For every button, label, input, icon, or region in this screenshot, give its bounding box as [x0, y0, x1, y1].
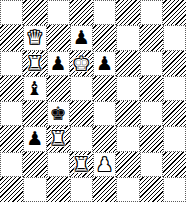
square-g5[interactable] — [140, 76, 163, 101]
square-h7[interactable] — [163, 25, 186, 50]
square-b3[interactable]: ♟ — [23, 126, 46, 151]
piece-white-rook: ♜ — [50, 129, 67, 148]
square-f2[interactable] — [116, 152, 139, 177]
piece-black-bishop: ♝ — [26, 79, 43, 98]
square-d6[interactable]: ♚ — [70, 51, 93, 76]
square-h1[interactable] — [163, 177, 186, 202]
square-e2[interactable]: ♟ — [93, 152, 116, 177]
piece-black-pawn: ♟ — [26, 129, 43, 148]
square-h2[interactable] — [163, 152, 186, 177]
chess-board: ♛♟♜♟♚♟♝♚♟♜♜♟ — [0, 0, 186, 202]
square-c5[interactable] — [47, 76, 70, 101]
piece-white-queen: ♛ — [26, 28, 43, 47]
square-f7[interactable] — [116, 25, 139, 50]
piece-white-pawn: ♟ — [96, 155, 113, 174]
square-a3[interactable] — [0, 126, 23, 151]
square-d7[interactable]: ♟ — [70, 25, 93, 50]
square-e8[interactable] — [93, 0, 116, 25]
square-g1[interactable] — [140, 177, 163, 202]
square-f5[interactable] — [116, 76, 139, 101]
square-b8[interactable] — [23, 0, 46, 25]
piece-white-king: ♚ — [73, 54, 90, 73]
square-a4[interactable] — [0, 101, 23, 126]
square-e4[interactable] — [93, 101, 116, 126]
square-f4[interactable] — [116, 101, 139, 126]
square-b6[interactable]: ♜ — [23, 51, 46, 76]
square-h8[interactable] — [163, 0, 186, 25]
square-e3[interactable] — [93, 126, 116, 151]
square-a1[interactable] — [0, 177, 23, 202]
square-f1[interactable] — [116, 177, 139, 202]
square-c4[interactable]: ♚ — [47, 101, 70, 126]
square-f6[interactable] — [116, 51, 139, 76]
square-g4[interactable] — [140, 101, 163, 126]
square-f8[interactable] — [116, 0, 139, 25]
square-d2[interactable]: ♜ — [70, 152, 93, 177]
square-b5[interactable]: ♝ — [23, 76, 46, 101]
square-a8[interactable] — [0, 0, 23, 25]
square-b1[interactable] — [23, 177, 46, 202]
piece-black-king: ♚ — [50, 104, 67, 123]
square-a2[interactable] — [0, 152, 23, 177]
square-c2[interactable] — [47, 152, 70, 177]
square-g7[interactable] — [140, 25, 163, 50]
square-b2[interactable] — [23, 152, 46, 177]
square-c3[interactable]: ♜ — [47, 126, 70, 151]
square-d4[interactable] — [70, 101, 93, 126]
square-b7[interactable]: ♛ — [23, 25, 46, 50]
piece-white-rook: ♜ — [26, 54, 43, 73]
square-b4[interactable] — [23, 101, 46, 126]
square-d1[interactable] — [70, 177, 93, 202]
square-e1[interactable] — [93, 177, 116, 202]
square-a7[interactable] — [0, 25, 23, 50]
square-h3[interactable] — [163, 126, 186, 151]
square-e6[interactable]: ♟ — [93, 51, 116, 76]
square-f3[interactable] — [116, 126, 139, 151]
square-g2[interactable] — [140, 152, 163, 177]
piece-black-pawn: ♟ — [73, 28, 90, 47]
square-e5[interactable] — [93, 76, 116, 101]
chess-diagram: ♛♟♜♟♚♟♝♚♟♜♜♟ — [0, 0, 186, 202]
square-h4[interactable] — [163, 101, 186, 126]
square-e7[interactable] — [93, 25, 116, 50]
square-h6[interactable] — [163, 51, 186, 76]
square-g8[interactable] — [140, 0, 163, 25]
square-a6[interactable] — [0, 51, 23, 76]
piece-white-rook: ♜ — [73, 155, 90, 174]
square-d8[interactable] — [70, 0, 93, 25]
square-c8[interactable] — [47, 0, 70, 25]
square-d5[interactable] — [70, 76, 93, 101]
square-c1[interactable] — [47, 177, 70, 202]
square-a5[interactable] — [0, 76, 23, 101]
piece-black-pawn: ♟ — [50, 54, 67, 73]
square-g6[interactable] — [140, 51, 163, 76]
square-h5[interactable] — [163, 76, 186, 101]
square-c6[interactable]: ♟ — [47, 51, 70, 76]
square-g3[interactable] — [140, 126, 163, 151]
piece-black-pawn: ♟ — [96, 54, 113, 73]
square-c7[interactable] — [47, 25, 70, 50]
square-d3[interactable] — [70, 126, 93, 151]
